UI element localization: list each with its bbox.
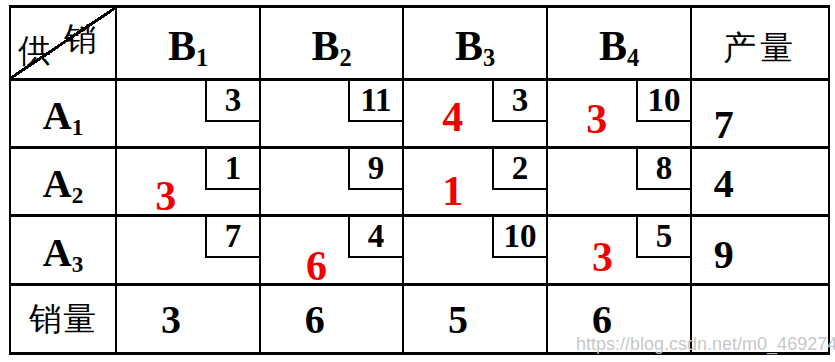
supply-value: 7 [714,105,734,145]
cell-a3-b3: 10 [404,217,548,286]
cost-value: 4 [368,220,385,253]
row-header-a3: A3 [11,217,117,286]
cell-a1-b2: 11 [261,81,404,149]
cost-box: 8 [636,149,690,190]
cell-a3-b2: 4 6 [261,217,404,286]
demand-row-header: 销量 [11,286,117,355]
cost-box: 3 [205,81,259,122]
cost-value: 9 [368,152,385,185]
cost-box: 9 [348,149,402,190]
cell-a1-b1: 3 [117,81,261,149]
label-base: A [43,93,72,138]
supply-value: 9 [714,235,734,275]
label-base: A [43,230,72,275]
allocation-value: 3 [155,175,176,217]
label-sub: 1 [72,114,84,140]
cost-value: 3 [225,84,242,117]
cost-value: 7 [225,220,242,253]
demand-cell-b3: 5 [404,286,548,355]
label-base: A [43,161,72,206]
label-sub: 4 [627,44,639,71]
col-header-b4: B4 [548,8,692,81]
cost-box: 4 [348,217,402,258]
cost-box: 7 [205,217,259,258]
label-sub: 3 [483,44,495,71]
label-sub: 1 [196,44,208,71]
cost-box: 2 [492,149,546,190]
cell-a3-b4: 5 3 [548,217,692,286]
label-base: B [168,23,196,69]
corner-demand-label: 销 [64,17,97,62]
cell-a1-b4: 10 3 [548,81,692,149]
allocation-value: 1 [442,170,463,212]
tableau-grid: 销 供 B1 B2 B3 B4 产量 A1 3 11 3 [9,5,830,355]
label-base: B [311,23,339,69]
corner-supply-label: 供 [18,29,51,74]
supply-cell-a2: 4 [692,149,830,217]
demand-value: 3 [161,300,181,340]
cost-box: 10 [492,217,546,258]
supply-cell-a3: 9 [692,217,830,286]
demand-cell-b4: 6 [548,286,692,355]
cost-box: 1 [205,149,259,190]
label-sub: 2 [339,44,351,71]
demand-value: 6 [592,300,612,340]
allocation-value: 6 [306,245,327,287]
label-sub: 2 [72,182,84,208]
row-header-label: A1 [43,96,83,139]
cell-a2-b3: 2 1 [404,149,548,217]
cost-box: 3 [492,81,546,122]
cell-a2-b4: 8 [548,149,692,217]
label-base: B [455,23,483,69]
supply-cell-a1: 7 [692,81,830,149]
cost-value: 11 [360,84,391,117]
allocation-value: 4 [442,96,463,138]
label-sub: 3 [72,250,84,276]
demand-cell-b2: 6 [261,286,404,355]
demand-header-label: 销量 [29,297,97,342]
cost-box: 11 [348,81,402,122]
cell-a3-b1: 7 [117,217,261,286]
cost-value: 5 [656,220,673,253]
col-header-b2: B2 [261,8,404,81]
cost-value: 8 [656,152,673,185]
cost-value: 10 [648,84,681,117]
corner-header-cell: 销 供 [11,8,117,81]
cost-box: 5 [636,217,690,258]
supply-value: 4 [714,164,734,204]
col-header-label: B1 [168,25,208,70]
allocation-value: 3 [592,236,613,278]
supply-column-header: 产量 [692,8,830,81]
demand-cell-b1: 3 [117,286,261,355]
col-header-label: B2 [311,25,351,70]
col-header-b3: B3 [404,8,548,81]
row-header-a2: A2 [11,149,117,217]
cost-box: 10 [636,81,690,122]
col-header-b1: B1 [117,8,261,81]
cost-value: 3 [512,84,529,117]
cell-a1-b3: 3 4 [404,81,548,149]
label-base: B [599,23,627,69]
demand-value: 6 [305,300,325,340]
col-header-label: B3 [455,25,495,70]
supply-header-label: 产量 [723,26,797,71]
cell-a2-b1: 1 3 [117,149,261,217]
row-header-label: A3 [43,233,83,276]
allocation-value: 3 [586,98,607,140]
row-header-a1: A1 [11,81,117,149]
cost-value: 10 [504,220,537,253]
demand-supply-corner-cell [692,286,830,355]
transportation-tableau-figure: 销 供 B1 B2 B3 B4 产量 A1 3 11 3 [0,0,835,362]
cost-value: 2 [512,152,529,185]
cell-a2-b2: 9 [261,149,404,217]
col-header-label: B4 [599,25,639,70]
row-header-label: A2 [43,164,83,207]
cost-value: 1 [225,152,242,185]
demand-value: 5 [448,300,468,340]
